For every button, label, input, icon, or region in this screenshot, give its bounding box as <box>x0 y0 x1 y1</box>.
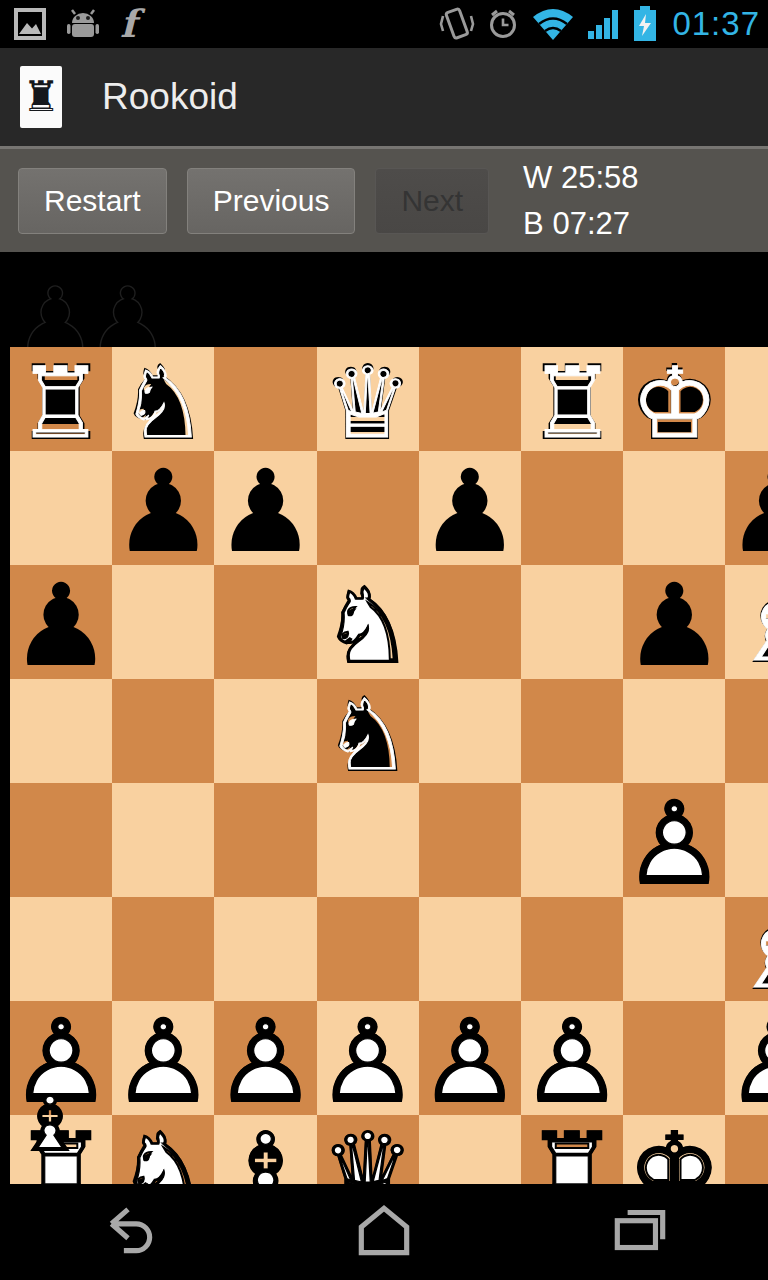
gallery-icon <box>14 6 46 42</box>
signal-icon <box>586 7 622 41</box>
square-b4[interactable] <box>112 783 214 897</box>
square-c3[interactable] <box>214 897 316 1001</box>
black-rook: ♜♖ <box>10 351 112 455</box>
status-bar: f <box>0 0 768 48</box>
square-h2[interactable]: ♟♙ <box>725 1001 768 1115</box>
square-g8[interactable]: ♚♔ <box>623 347 725 451</box>
square-b2[interactable]: ♟♙ <box>112 1001 214 1115</box>
square-e4[interactable] <box>419 783 521 897</box>
black-king: ♚♔ <box>623 351 725 455</box>
square-h7[interactable]: ♟ <box>725 451 768 565</box>
square-f6[interactable] <box>521 565 623 679</box>
square-b6[interactable] <box>112 565 214 679</box>
square-g5[interactable] <box>623 679 725 783</box>
square-f4[interactable] <box>521 783 623 897</box>
white-pawn: ♟♙ <box>214 1005 316 1119</box>
square-d2[interactable]: ♟♙ <box>317 1001 419 1115</box>
captured-white-pieces-tray: ♝♗ <box>16 1086 84 1162</box>
android-icon <box>64 7 102 41</box>
square-e7[interactable]: ♟ <box>419 451 521 565</box>
square-a5[interactable] <box>10 679 112 783</box>
white-pawn: ♟♙ <box>521 1005 623 1119</box>
black-rook: ♜♖ <box>521 351 623 455</box>
square-c2[interactable]: ♟♙ <box>214 1001 316 1115</box>
f-icon: f <box>120 4 136 44</box>
recents-button[interactable] <box>512 1184 768 1280</box>
square-e5[interactable] <box>419 679 521 783</box>
battery-charging-icon <box>632 5 658 43</box>
app-icon: ♜ <box>20 66 62 128</box>
restart-button[interactable]: Restart <box>18 168 167 234</box>
white-pawn: ♟♙ <box>419 1005 521 1119</box>
white-pawn: ♟♙ <box>112 1005 214 1119</box>
square-g2[interactable] <box>623 1001 725 1115</box>
white-clock: W 25:58 <box>523 155 638 201</box>
square-h5[interactable] <box>725 679 768 783</box>
black-clock: B 07:27 <box>523 201 638 247</box>
page-title: Rookoid <box>102 76 238 118</box>
black-pawn: ♟ <box>112 455 214 569</box>
square-c6[interactable] <box>214 565 316 679</box>
clocks: W 25:58 B 07:27 <box>523 155 638 247</box>
square-c4[interactable] <box>214 783 316 897</box>
black-pawn: ♟ <box>10 569 112 683</box>
square-h8[interactable] <box>725 347 768 451</box>
white-pawn: ♟♙ <box>623 787 725 901</box>
previous-button[interactable]: Previous <box>187 168 356 234</box>
black-knight: ♞♘ <box>317 683 419 787</box>
white-pawn: ♟♙ <box>317 1005 419 1119</box>
square-g7[interactable] <box>623 451 725 565</box>
black-queen: ♛♕ <box>317 351 419 455</box>
square-h6[interactable]: ♝♗ <box>725 565 768 679</box>
square-e8[interactable] <box>419 347 521 451</box>
white-knight: ♞♘ <box>317 569 419 683</box>
square-a6[interactable]: ♟ <box>10 565 112 679</box>
square-d7[interactable] <box>317 451 419 565</box>
vibrate-icon <box>438 6 476 42</box>
black-pawn: ♟ <box>419 455 521 569</box>
white-pawn: ♟♙ <box>725 1005 768 1119</box>
square-f2[interactable]: ♟♙ <box>521 1001 623 1115</box>
square-e2[interactable]: ♟♙ <box>419 1001 521 1115</box>
app-bar: ♜ Rookoid <box>0 48 768 146</box>
square-b5[interactable] <box>112 679 214 783</box>
square-c8[interactable] <box>214 347 316 451</box>
wifi-icon <box>530 6 576 42</box>
black-pawn: ♟ <box>214 455 316 569</box>
square-f3[interactable] <box>521 897 623 1001</box>
black-pawn: ♟ <box>725 455 768 569</box>
square-e3[interactable] <box>419 897 521 1001</box>
rook-icon: ♜ <box>22 76 60 118</box>
square-g3[interactable] <box>623 897 725 1001</box>
black-bishop: ♝♗ <box>725 901 768 1005</box>
nav-bar <box>0 1184 768 1280</box>
back-icon <box>95 1197 161 1267</box>
square-a3[interactable] <box>10 897 112 1001</box>
square-f7[interactable] <box>521 451 623 565</box>
square-d4[interactable] <box>317 783 419 897</box>
chess-board: ♜♖♞♘♛♕♜♖♚♔♟♟♟♟♟♞♘♟♝♗♞♘♟♙♝♗♟♙♟♙♟♙♟♙♟♙♟♙♟♙… <box>10 347 756 1093</box>
square-f5[interactable] <box>521 679 623 783</box>
square-a8[interactable]: ♜♖ <box>10 347 112 451</box>
back-button[interactable] <box>0 1184 256 1280</box>
square-d3[interactable] <box>317 897 419 1001</box>
home-button[interactable] <box>256 1184 512 1280</box>
square-g6[interactable]: ♟ <box>623 565 725 679</box>
square-e6[interactable] <box>419 565 521 679</box>
recents-icon <box>607 1197 673 1267</box>
square-c5[interactable] <box>214 679 316 783</box>
square-h4[interactable] <box>725 783 768 897</box>
square-f8[interactable]: ♜♖ <box>521 347 623 451</box>
square-b8[interactable]: ♞♘ <box>112 347 214 451</box>
home-icon <box>349 1197 419 1267</box>
alarm-icon <box>486 7 520 41</box>
square-a4[interactable] <box>10 783 112 897</box>
square-d5[interactable]: ♞♘ <box>317 679 419 783</box>
black-knight: ♞♘ <box>112 351 214 455</box>
square-a7[interactable] <box>10 451 112 565</box>
square-g4[interactable]: ♟♙ <box>623 783 725 897</box>
black-pawn: ♟ <box>623 569 725 683</box>
square-c7[interactable]: ♟ <box>214 451 316 565</box>
square-h3[interactable]: ♝♗ <box>725 897 768 1001</box>
toolbar: Restart Previous Next W 25:58 B 07:27 <box>0 146 768 252</box>
square-b3[interactable] <box>112 897 214 1001</box>
next-button: Next <box>375 168 489 234</box>
black-bishop: ♝♗ <box>725 569 768 683</box>
white-bishop: ♝♗ <box>16 1086 84 1162</box>
square-d6[interactable]: ♞♘ <box>317 565 419 679</box>
square-d8[interactable]: ♛♕ <box>317 347 419 451</box>
status-time: 01:37 <box>668 5 760 43</box>
square-b7[interactable]: ♟ <box>112 451 214 565</box>
